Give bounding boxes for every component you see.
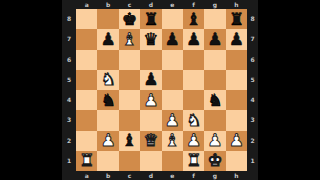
square-d1[interactable]	[140, 151, 161, 171]
square-a7[interactable]	[76, 29, 97, 49]
piece-white-pawn: ♟	[186, 132, 201, 149]
rank-label: 1	[247, 151, 258, 171]
piece-white-pawn: ♟	[100, 132, 115, 149]
rank-label: 1	[62, 151, 76, 171]
square-g7[interactable]: ♟	[204, 29, 225, 49]
square-f5[interactable]	[183, 70, 204, 90]
square-g8[interactable]	[204, 9, 225, 29]
file-label: a	[76, 0, 97, 9]
square-g5[interactable]	[204, 70, 225, 90]
square-c3[interactable]	[119, 110, 140, 130]
square-d3[interactable]	[140, 110, 161, 130]
square-h2[interactable]: ♟	[226, 131, 247, 151]
square-h8[interactable]: ♜	[226, 9, 247, 29]
square-c5[interactable]	[119, 70, 140, 90]
piece-white-bishop: ♝	[122, 30, 137, 47]
file-label: d	[140, 171, 161, 180]
square-e3[interactable]: ♟	[162, 110, 183, 130]
square-b4[interactable]: ♞	[97, 90, 118, 110]
piece-white-knight: ♞	[186, 111, 201, 128]
square-b2[interactable]: ♟	[97, 131, 118, 151]
square-a2[interactable]	[76, 131, 97, 151]
square-f3[interactable]: ♞	[183, 110, 204, 130]
piece-black-pawn: ♟	[186, 30, 201, 47]
square-f6[interactable]	[183, 50, 204, 70]
file-label: f	[183, 171, 204, 180]
square-b1[interactable]	[97, 151, 118, 171]
square-h5[interactable]	[226, 70, 247, 90]
rank-label: 3	[247, 110, 258, 130]
piece-white-pawn: ♟	[229, 132, 244, 149]
file-label: f	[183, 0, 204, 9]
square-e7[interactable]: ♟	[162, 29, 183, 49]
rank-label: 2	[62, 131, 76, 151]
file-label: a	[76, 171, 97, 180]
piece-black-pawn: ♟	[229, 30, 244, 47]
square-g2[interactable]: ♟	[204, 131, 225, 151]
square-c1[interactable]	[119, 151, 140, 171]
rank-labels-right: 87654321	[247, 9, 258, 171]
rank-label: 8	[62, 9, 76, 29]
square-d6[interactable]	[140, 50, 161, 70]
rank-label: 7	[62, 29, 76, 49]
square-e1[interactable]	[162, 151, 183, 171]
rank-label: 7	[247, 29, 258, 49]
square-b3[interactable]	[97, 110, 118, 130]
square-h3[interactable]	[226, 110, 247, 130]
square-g3[interactable]	[204, 110, 225, 130]
square-f4[interactable]	[183, 90, 204, 110]
file-label: b	[97, 0, 118, 9]
square-f1[interactable]: ♜	[183, 151, 204, 171]
page-background: { "game": "chess", "position": { "fen": …	[0, 0, 320, 180]
piece-black-rook: ♜	[143, 10, 158, 27]
rank-label: 2	[247, 131, 258, 151]
rank-label: 5	[62, 70, 76, 90]
piece-black-king: ♚	[122, 10, 137, 27]
square-e5[interactable]	[162, 70, 183, 90]
file-label: e	[162, 171, 183, 180]
piece-white-rook: ♜	[79, 152, 94, 169]
square-a4[interactable]	[76, 90, 97, 110]
square-f7[interactable]: ♟	[183, 29, 204, 49]
file-label: d	[140, 0, 161, 9]
square-f8[interactable]: ♝	[183, 9, 204, 29]
rank-label: 4	[247, 90, 258, 110]
rank-label: 6	[247, 50, 258, 70]
piece-black-knight: ♞	[207, 91, 222, 108]
square-h1[interactable]	[226, 151, 247, 171]
file-label: g	[204, 171, 225, 180]
piece-white-pawn: ♟	[165, 111, 180, 128]
piece-black-queen: ♛	[143, 30, 158, 47]
rank-label: 3	[62, 110, 76, 130]
piece-black-rook: ♜	[229, 10, 244, 27]
piece-white-pawn: ♟	[207, 132, 222, 149]
square-b7[interactable]: ♟	[97, 29, 118, 49]
file-label: h	[226, 0, 247, 9]
square-c2[interactable]: ♝	[119, 131, 140, 151]
rank-labels-left: 87654321	[62, 9, 76, 171]
square-a6[interactable]	[76, 50, 97, 70]
square-f2[interactable]: ♟	[183, 131, 204, 151]
piece-black-pawn: ♟	[143, 71, 158, 88]
square-a5[interactable]	[76, 70, 97, 90]
rank-label: 4	[62, 90, 76, 110]
piece-black-bishop: ♝	[122, 132, 137, 149]
piece-black-pawn: ♟	[100, 30, 115, 47]
square-e4[interactable]	[162, 90, 183, 110]
square-d2[interactable]: ♛	[140, 131, 161, 151]
rank-label: 5	[247, 70, 258, 90]
file-label: c	[119, 171, 140, 180]
square-b5[interactable]: ♞	[97, 70, 118, 90]
square-c4[interactable]	[119, 90, 140, 110]
file-label: c	[119, 0, 140, 9]
file-labels-top: abcdefgh	[76, 0, 247, 9]
piece-black-pawn: ♟	[165, 30, 180, 47]
piece-black-pawn: ♟	[207, 30, 222, 47]
piece-white-knight: ♞	[100, 71, 115, 88]
square-h4[interactable]	[226, 90, 247, 110]
chess-board: ♚♜♝♜♟♝♛♟♟♟♟♞♟♞♟♞♟♞♟♝♛♝♟♟♟♜♜♚	[76, 9, 247, 171]
square-e2[interactable]: ♝	[162, 131, 183, 151]
square-b8[interactable]	[97, 9, 118, 29]
piece-black-bishop: ♝	[186, 10, 201, 27]
square-g4[interactable]: ♞	[204, 90, 225, 110]
square-a8[interactable]	[76, 9, 97, 29]
rank-label: 6	[62, 50, 76, 70]
rank-label: 8	[247, 9, 258, 29]
square-e8[interactable]	[162, 9, 183, 29]
square-c8[interactable]: ♚	[119, 9, 140, 29]
piece-white-pawn: ♟	[143, 91, 158, 108]
square-d7[interactable]: ♛	[140, 29, 161, 49]
square-c7[interactable]: ♝	[119, 29, 140, 49]
board-frame: abcdefgh abcdefgh 87654321 87654321 ♚♜♝♜…	[62, 0, 258, 180]
square-d4[interactable]: ♟	[140, 90, 161, 110]
square-g6[interactable]	[204, 50, 225, 70]
square-h6[interactable]	[226, 50, 247, 70]
square-g1[interactable]: ♚	[204, 151, 225, 171]
square-a1[interactable]: ♜	[76, 151, 97, 171]
piece-white-king: ♚	[207, 152, 222, 169]
piece-white-rook: ♜	[186, 152, 201, 169]
square-d8[interactable]: ♜	[140, 9, 161, 29]
square-h7[interactable]: ♟	[226, 29, 247, 49]
file-label: b	[97, 171, 118, 180]
square-c6[interactable]	[119, 50, 140, 70]
square-a3[interactable]	[76, 110, 97, 130]
file-label: h	[226, 171, 247, 180]
file-label: e	[162, 0, 183, 9]
square-e6[interactable]	[162, 50, 183, 70]
piece-white-bishop: ♝	[165, 132, 180, 149]
piece-white-queen: ♛	[143, 132, 158, 149]
square-b6[interactable]	[97, 50, 118, 70]
file-labels-bottom: abcdefgh	[76, 171, 247, 180]
file-label: g	[204, 0, 225, 9]
square-d5[interactable]: ♟	[140, 70, 161, 90]
piece-black-knight: ♞	[100, 91, 115, 108]
